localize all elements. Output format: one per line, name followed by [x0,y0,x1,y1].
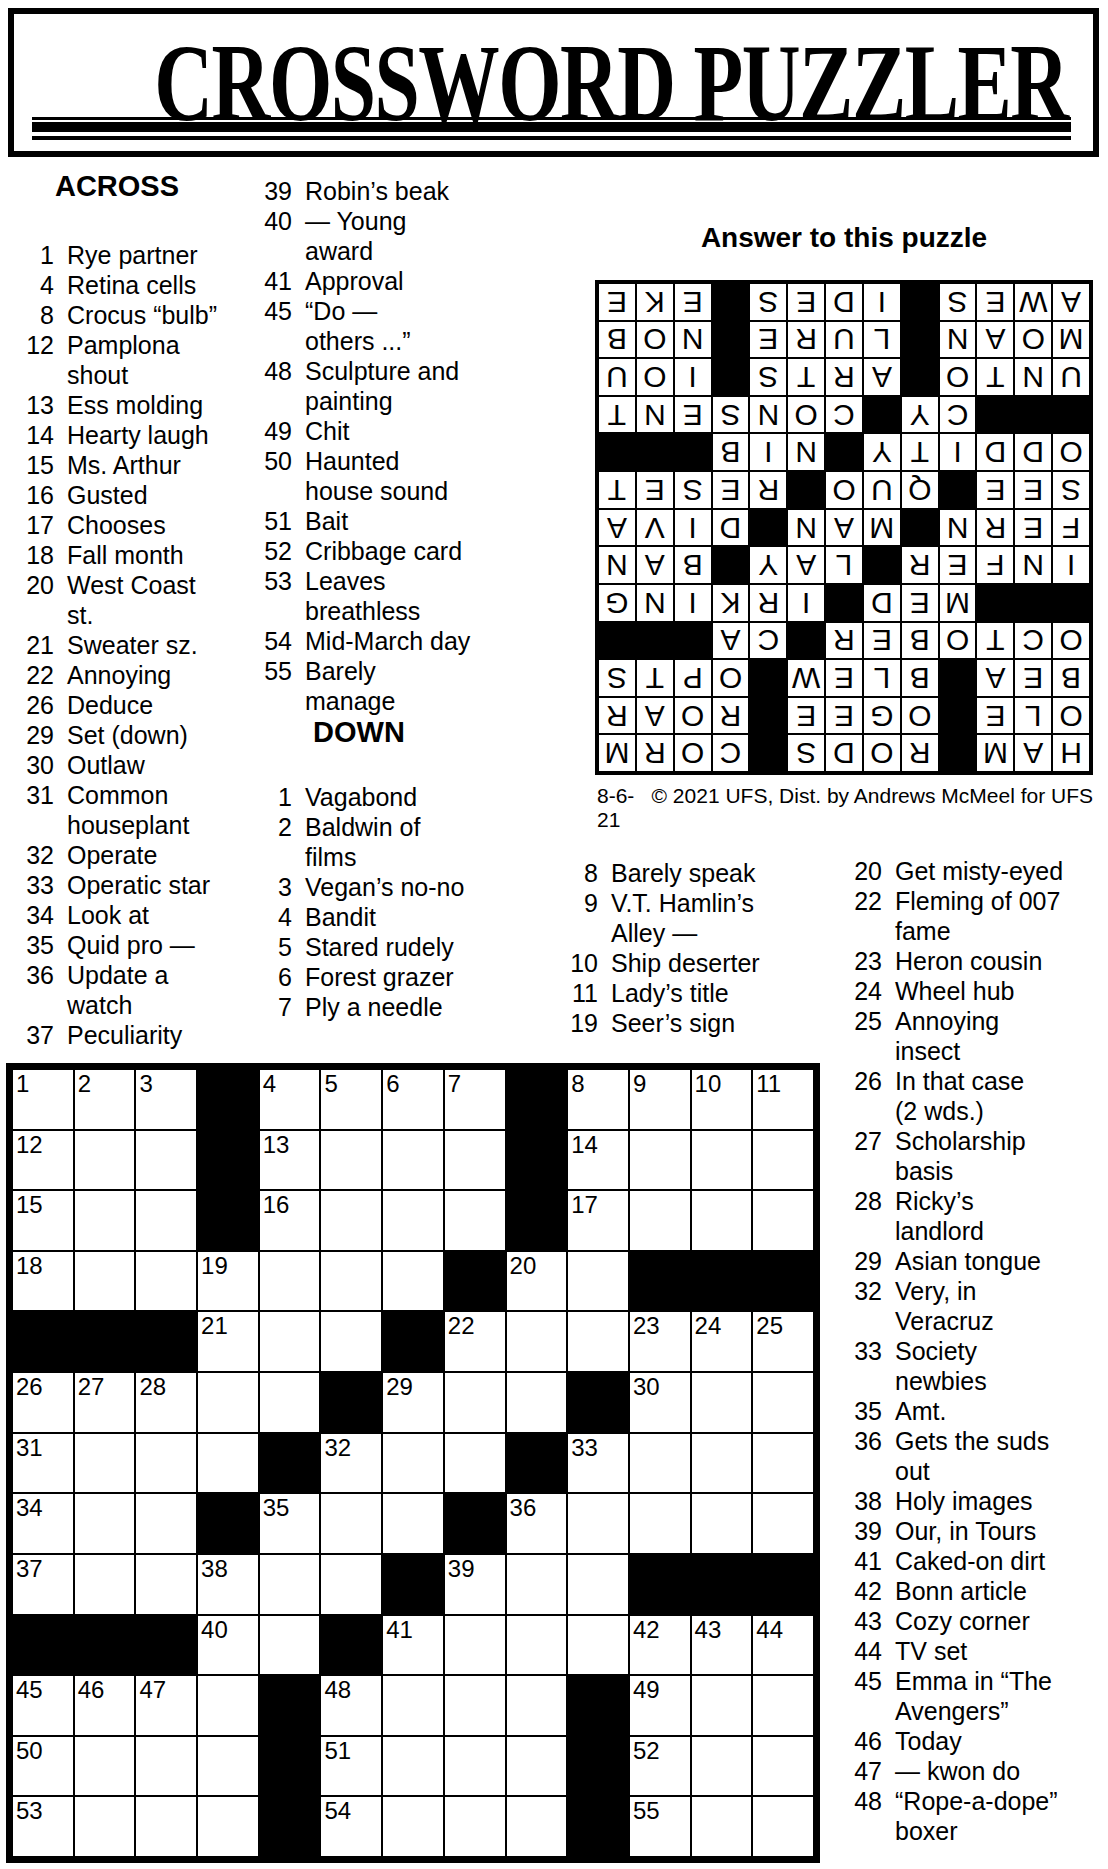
grid-cell-r12c12[interactable] [692,1737,752,1796]
clue-down-29: 29Asian tongue [812,1246,1102,1276]
grid-cell-r9c8[interactable]: 39 [445,1555,505,1614]
grid-cell-r3c8[interactable] [445,1191,505,1250]
clue-across-53: 53Leavesbreathless [246,566,472,626]
grid-cell-r2c8[interactable] [445,1131,505,1190]
clue-number: 48 [246,356,292,416]
answer-letter-cell-r5c13: G [599,585,635,621]
black-cell [75,1312,135,1371]
grid-cell-r2c13[interactable] [753,1131,813,1190]
black-cell [692,1555,752,1614]
grid-cell-r12c7[interactable] [383,1737,443,1796]
grid-cell-r5c10[interactable] [568,1312,628,1371]
clue-text: “Do —others ...” [305,296,472,356]
black-cell [321,1373,381,1432]
grid-cell-r7c10[interactable]: 33 [568,1434,628,1493]
grid-cell-r2c11[interactable] [630,1131,690,1190]
grid-cell-r9c2[interactable] [75,1555,135,1614]
grid-cell-r6c11[interactable]: 30 [630,1373,690,1432]
grid-cell-r1c2[interactable]: 2 [75,1070,135,1129]
answer-letter-cell-r13c12: K [637,284,673,320]
grid-cell-r12c8[interactable] [445,1737,505,1796]
clue-down-46: 46Today [812,1726,1102,1756]
grid-cell-r9c5[interactable] [260,1555,320,1614]
black-cell [507,1434,567,1493]
grid-cell-r4c6[interactable] [321,1252,381,1311]
clue-text: Mid-March day [305,626,472,656]
grid-cell-r3c13[interactable] [753,1191,813,1250]
grid-cell-r2c5[interactable]: 13 [260,1131,320,1190]
grid-cell-r3c3[interactable] [136,1191,196,1250]
grid-cell-r7c8[interactable] [445,1434,505,1493]
grid-cell-r13c12[interactable] [692,1797,752,1856]
grid-cell-r5c4[interactable]: 21 [198,1312,258,1371]
answer-letter-cell-r12c6: L [864,322,900,358]
grid-cell-r9c3[interactable] [136,1555,196,1614]
answer-black-cell [788,472,824,508]
answer-black-cell [713,547,749,583]
clue-number: 47 [812,1756,882,1786]
cell-number: 10 [695,1070,722,1098]
grid-cell-r13c4[interactable] [198,1797,258,1856]
cell-number: 51 [324,1737,351,1765]
answer-black-cell [713,359,749,395]
grid-cell-r10c11[interactable]: 42 [630,1616,690,1675]
answer-copyright: © 2021 UFS, Dist. by Andrews McMeel for … [652,784,1093,808]
answer-letter-cell-r4c5: B [902,623,938,659]
grid-cell-r1c3[interactable]: 3 [136,1070,196,1129]
grid-cell-r10c8[interactable] [445,1616,505,1675]
black-cell [136,1312,196,1371]
clue-down-36: 36Gets the sudsout [812,1426,1102,1486]
grid-cell-r4c2[interactable] [75,1252,135,1311]
clue-text: Quid pro — [67,930,226,960]
answer-letter-cell-r8c10: E [713,472,749,508]
grid-cell-r2c7[interactable] [383,1131,443,1190]
grid-cell-r11c2[interactable]: 46 [75,1676,135,1735]
clue-down-7: 7Ply a needle [246,992,472,1022]
grid-cell-r2c6[interactable] [321,1131,381,1190]
grid-cell-r12c3[interactable] [136,1737,196,1796]
black-cell [753,1555,813,1614]
cell-number: 8 [571,1070,584,1098]
clue-across-22: 22Annoying [14,660,226,690]
black-cell [445,1494,505,1553]
grid-cell-r11c6[interactable]: 48 [321,1676,381,1735]
grid-cell-r8c7[interactable] [383,1494,443,1553]
clue-across-35: 35Quid pro — [14,930,226,960]
grid-cell-r7c4[interactable] [198,1434,258,1493]
clue-number: 4 [14,270,54,300]
clue-down-24: 24Wheel hub [812,976,1102,1006]
cell-number: 6 [386,1070,399,1098]
grid-cell-r13c6[interactable]: 54 [321,1797,381,1856]
grid-cell-r9c9[interactable] [507,1555,567,1614]
clue-text: Vagabond [305,782,472,812]
answer-letter-cell-r1c6: O [864,735,900,771]
grid-cell-r1c13[interactable]: 11 [753,1070,813,1129]
answer-letter-cell-r7c1: F [1053,510,1089,546]
clue-across-50: 50Hauntedhouse sound [246,446,472,506]
grid-cell-r10c13[interactable]: 44 [753,1616,813,1675]
grid-cell-r1c1[interactable]: 1 [13,1070,73,1129]
clue-text: Deduce [67,690,226,720]
clue-across-41: 41Approval [246,266,472,296]
grid-cell-r1c5[interactable]: 4 [260,1070,320,1129]
grid-cell-r8c10[interactable] [568,1494,628,1553]
grid-cell-r11c11[interactable]: 49 [630,1676,690,1735]
grid-cell-r7c3[interactable] [136,1434,196,1493]
grid-cell-r8c3[interactable] [136,1494,196,1553]
answer-letter-cell-r7c2: E [1015,510,1051,546]
clue-down-2: 2Baldwin offilms [246,812,472,872]
answer-letter-cell-r8c3: E [977,472,1013,508]
black-cell [630,1555,690,1614]
grid-cell-r9c4[interactable]: 38 [198,1555,258,1614]
clue-number: 41 [246,266,292,296]
grid-cell-r8c2[interactable] [75,1494,135,1553]
clue-down-26: 26In that case(2 wds.) [812,1066,1102,1126]
answer-letter-cell-r7c13: A [599,510,635,546]
grid-cell-r12c9[interactable] [507,1737,567,1796]
answer-letter-cell-r4c6: E [864,623,900,659]
clue-down-22: 22Fleming of 007fame [812,886,1102,946]
grid-cell-r10c4[interactable]: 40 [198,1616,258,1675]
grid-cell-r13c13[interactable] [753,1797,813,1856]
cell-number: 20 [510,1252,537,1280]
grid-cell-r12c13[interactable] [753,1737,813,1796]
answer-letter-cell-r5c9: R [750,585,786,621]
grid-cell-r3c12[interactable] [692,1191,752,1250]
clue-number: 12 [14,330,54,390]
grid-cell-r1c11[interactable]: 9 [630,1070,690,1129]
answer-letter-cell-r6c1: I [1053,547,1089,583]
grid-cell-r13c8[interactable] [445,1797,505,1856]
answer-letter-cell-r11c1: U [1053,359,1089,395]
grid-cell-r5c12[interactable]: 24 [692,1312,752,1371]
clue-number: 22 [812,886,882,946]
clue-text: Annoyinginsect [895,1006,1102,1066]
cell-number: 28 [139,1373,166,1401]
clue-text: Vegan’s no-no [305,872,472,902]
answer-letter-cell-r5c10: K [713,585,749,621]
grid-cell-r5c6[interactable] [321,1312,381,1371]
answer-letter-cell-r6c11: B [675,547,711,583]
grid-cell-r11c12[interactable] [692,1676,752,1735]
clue-text: Leavesbreathless [305,566,472,626]
clue-text: Amt. [895,1396,1102,1426]
answer-letter-cell-r5c6: D [864,585,900,621]
answer-letter-cell-r13c6: I [864,284,900,320]
answer-letter-cell-r13c13: E [599,284,635,320]
grid-cell-r2c2[interactable] [75,1131,135,1190]
cell-number: 39 [448,1555,475,1583]
cell-number: 36 [510,1494,537,1522]
answer-letter-cell-r1c1: H [1053,735,1089,771]
grid-cell-r5c8[interactable]: 22 [445,1312,505,1371]
answer-letter-cell-r6c4: E [940,547,976,583]
clue-text: Sweater sz. [67,630,226,660]
clue-number: 33 [14,870,54,900]
grid-cell-r1c6[interactable]: 5 [321,1070,381,1129]
answer-black-cell [788,623,824,659]
clue-text: — kwon do [895,1756,1102,1786]
grid-cell-r4c1[interactable]: 18 [13,1252,73,1311]
grid-cell-r4c4[interactable]: 19 [198,1252,258,1311]
down-clues-column-3: 20Get misty-eyed22Fleming of 007fame23He… [812,856,1102,1846]
grid-cell-r8c11[interactable] [630,1494,690,1553]
answer-letter-cell-r2c2: L [1015,698,1051,734]
clue-text: Ms. Arthur [67,450,226,480]
grid-cell-r7c7[interactable] [383,1434,443,1493]
clue-across-51: 51Bait [246,506,472,536]
clue-across-40: 40— Youngaward [246,206,472,266]
cell-number: 40 [201,1616,228,1644]
grid-cell-r10c10[interactable] [568,1616,628,1675]
clue-across-17: 17Chooses [14,510,226,540]
answer-letter-cell-r2c3: E [977,698,1013,734]
grid-cell-r7c2[interactable] [75,1434,135,1493]
grid-cell-r4c9[interactable]: 20 [507,1252,567,1311]
grid-cell-r7c13[interactable] [753,1434,813,1493]
grid-cell-r6c4[interactable] [198,1373,258,1432]
cell-number: 7 [448,1070,461,1098]
answer-black-cell [1053,397,1089,433]
masthead-rule-thin-bottom [32,136,1071,140]
answer-letter-cell-r9c10: B [713,434,749,470]
grid-cell-r10c5[interactable] [260,1616,320,1675]
grid-cell-r5c5[interactable] [260,1312,320,1371]
clue-number: 39 [246,176,292,206]
cell-number: 18 [16,1252,43,1280]
answer-letter-cell-r11c6: A [864,359,900,395]
answer-black-cell [1015,397,1051,433]
black-cell [383,1555,443,1614]
grid-cell-r9c10[interactable] [568,1555,628,1614]
answer-black-cell [977,397,1013,433]
clue-text: Asian tongue [895,1246,1102,1276]
grid-cell-r10c7[interactable]: 41 [383,1616,443,1675]
answer-letter-cell-r7c3: R [977,510,1013,546]
cell-number: 15 [16,1191,43,1219]
grid-cell-r3c2[interactable] [75,1191,135,1250]
grid-cell-r11c9[interactable] [507,1676,567,1735]
grid-cell-r9c6[interactable] [321,1555,381,1614]
grid-cell-r5c11[interactable]: 23 [630,1312,690,1371]
grid-cell-r2c3[interactable] [136,1131,196,1190]
answer-letter-cell-r7c11: I [675,510,711,546]
answer-letter-cell-r11c2: N [1015,359,1051,395]
clue-number: 48 [812,1786,882,1846]
clue-text: Fall month [67,540,226,570]
grid-cell-r4c3[interactable] [136,1252,196,1311]
clue-number: 31 [14,780,54,840]
black-cell [260,1797,320,1856]
grid-cell-r6c5[interactable] [260,1373,320,1432]
grid-cell-r6c13[interactable] [753,1373,813,1432]
grid-cell-r8c5[interactable]: 35 [260,1494,320,1553]
grid-cell-r11c7[interactable] [383,1676,443,1735]
grid-cell-r3c7[interactable] [383,1191,443,1250]
across-clues-column-2: 39Robin’s beak40— Youngaward41Approval45… [246,176,472,716]
answer-letter-cell-r3c12: T [637,660,673,696]
clue-number: 34 [14,900,54,930]
clue-number: 29 [812,1246,882,1276]
clue-number: 1 [246,782,292,812]
cell-number: 42 [633,1616,660,1644]
clue-text: Outlaw [67,750,226,780]
grid-cell-r11c8[interactable] [445,1676,505,1735]
clue-down-10: 10Ship deserter [520,948,774,978]
grid-cell-r11c1[interactable]: 45 [13,1676,73,1735]
grid-cell-r11c4[interactable] [198,1676,258,1735]
clue-number: 54 [246,626,292,656]
clue-down-3: 3Vegan’s no-no [246,872,472,902]
clue-text: Bonn article [895,1576,1102,1606]
grid-cell-r1c10[interactable]: 8 [568,1070,628,1129]
grid-cell-r8c13[interactable] [753,1494,813,1553]
clue-number: 35 [14,930,54,960]
clue-number: 15 [14,450,54,480]
answer-black-cell [902,284,938,320]
grid-cell-r6c9[interactable] [507,1373,567,1432]
grid-cell-r13c3[interactable] [136,1797,196,1856]
clue-number: 9 [520,888,598,948]
grid-cell-r6c3[interactable]: 28 [136,1373,196,1432]
grid-cell-r3c5[interactable]: 16 [260,1191,320,1250]
grid-cell-r13c1[interactable]: 53 [13,1797,73,1856]
down-clues-column-2: 8Barely speak9V.T. Hamlin’sAlley —10Ship… [520,858,774,1038]
grid-cell-r8c6[interactable] [321,1494,381,1553]
answer-letter-cell-r11c7: R [826,359,862,395]
clue-text: Approval [305,266,472,296]
grid-cell-r12c6[interactable]: 51 [321,1737,381,1796]
clue-across-48: 48Sculpture andpainting [246,356,472,416]
clue-text: Barely manage [305,656,472,716]
clue-text: Cribbage card [305,536,472,566]
grid-cell-r12c11[interactable]: 52 [630,1737,690,1796]
grid-cell-r7c12[interactable] [692,1434,752,1493]
black-cell [321,1616,381,1675]
clue-number: 53 [246,566,292,626]
clue-down-20: 20Get misty-eyed [812,856,1102,886]
grid-cell-r6c2[interactable]: 27 [75,1373,135,1432]
clue-down-23: 23Heron cousin [812,946,1102,976]
answer-letter-cell-r3c1: B [1053,660,1089,696]
answer-letter-cell-r1c2: A [1015,735,1051,771]
clue-down-33: 33Societynewbies [812,1336,1102,1396]
grid-cell-r4c5[interactable] [260,1252,320,1311]
clue-text: Sculpture andpainting [305,356,472,416]
grid-cell-r6c1[interactable]: 26 [13,1373,73,1432]
clue-text: Ricky’slandlord [895,1186,1102,1246]
grid-cell-r8c9[interactable]: 36 [507,1494,567,1553]
grid-cell-r13c9[interactable] [507,1797,567,1856]
grid-cell-r12c1[interactable]: 50 [13,1737,73,1796]
grid-cell-r12c4[interactable] [198,1737,258,1796]
grid-cell-r10c12[interactable]: 43 [692,1616,752,1675]
clue-number: 49 [246,416,292,446]
grid-cell-r1c8[interactable]: 7 [445,1070,505,1129]
grid-cell-r11c13[interactable] [753,1676,813,1735]
answer-date: 8-6-21 [597,784,652,832]
answer-letter-cell-r4c7: R [826,623,862,659]
answer-letter-cell-r8c5: Q [902,472,938,508]
main-crossword-grid: 1234567891011121314151617181920212223242… [6,1063,820,1863]
grid-cell-r3c1[interactable]: 15 [13,1191,73,1250]
clue-across-20: 20West Coast st. [14,570,226,630]
grid-cell-r1c7[interactable]: 6 [383,1070,443,1129]
grid-cell-r6c8[interactable] [445,1373,505,1432]
clue-across-33: 33Operatic star [14,870,226,900]
grid-cell-r3c11[interactable] [630,1191,690,1250]
grid-cell-r3c6[interactable] [321,1191,381,1250]
clue-down-47: 47— kwon do [812,1756,1102,1786]
clue-text: Pamplonashout [67,330,226,390]
cell-number: 50 [16,1737,43,1765]
grid-cell-r2c10[interactable]: 14 [568,1131,628,1190]
clue-text: Chooses [67,510,226,540]
grid-cell-r8c1[interactable]: 34 [13,1494,73,1553]
answer-black-cell [713,284,749,320]
grid-cell-r3c10[interactable]: 17 [568,1191,628,1250]
clue-across-30: 30Outlaw [14,750,226,780]
grid-cell-r4c10[interactable] [568,1252,628,1311]
clue-across-37: 37Peculiarity [14,1020,226,1050]
cell-number: 35 [263,1494,290,1522]
clue-down-39: 39Our, in Tours [812,1516,1102,1546]
grid-cell-r5c13[interactable]: 25 [753,1312,813,1371]
grid-cell-r5c9[interactable] [507,1312,567,1371]
clue-text: Peculiarity [67,1020,226,1050]
answer-black-cell [1053,585,1089,621]
grid-cell-r7c11[interactable] [630,1434,690,1493]
grid-cell-r10c9[interactable] [507,1616,567,1675]
cell-number: 21 [201,1312,228,1340]
clue-across-29: 29Set (down) [14,720,226,750]
cell-number: 44 [756,1616,783,1644]
answer-letter-cell-r13c2: W [1015,284,1051,320]
answer-letter-cell-r2c7: E [826,698,862,734]
grid-cell-r11c3[interactable]: 47 [136,1676,196,1735]
grid-cell-r2c1[interactable]: 12 [13,1131,73,1190]
grid-cell-r12c2[interactable] [75,1737,135,1796]
answer-letter-cell-r3c10: O [713,660,749,696]
grid-cell-r6c7[interactable]: 29 [383,1373,443,1432]
answer-black-cell [902,359,938,395]
grid-cell-r9c1[interactable]: 37 [13,1555,73,1614]
grid-cell-r1c12[interactable]: 10 [692,1070,752,1129]
grid-cell-r13c2[interactable] [75,1797,135,1856]
cell-number: 19 [201,1252,228,1280]
grid-cell-r7c1[interactable]: 31 [13,1434,73,1493]
answer-black-cell [826,585,862,621]
grid-cell-r2c12[interactable] [692,1131,752,1190]
grid-cell-r13c7[interactable] [383,1797,443,1856]
grid-cell-r7c6[interactable]: 32 [321,1434,381,1493]
grid-cell-r13c11[interactable]: 55 [630,1797,690,1856]
answer-letter-cell-r8c7: O [826,472,862,508]
grid-cell-r4c7[interactable] [383,1252,443,1311]
clue-across-52: 52Cribbage card [246,536,472,566]
clue-across-26: 26Deduce [14,690,226,720]
grid-cell-r8c12[interactable] [692,1494,752,1553]
cell-number: 53 [16,1797,43,1825]
cell-number: 32 [324,1434,351,1462]
clue-down-43: 43Cozy corner [812,1606,1102,1636]
cell-number: 11 [756,1070,781,1098]
grid-cell-r6c12[interactable] [692,1373,752,1432]
clue-number: 6 [246,962,292,992]
